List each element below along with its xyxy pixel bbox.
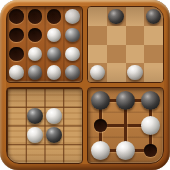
reversi-cell-r2c1[interactable] [7, 107, 26, 126]
four-in-a-row-cell-r3c1[interactable] [7, 45, 26, 64]
reversi-cell-r4c1[interactable] [7, 144, 26, 163]
nine-mens-morris-cell-r2c2[interactable] [113, 113, 138, 138]
checkers-cell-r4c2[interactable] [107, 63, 126, 82]
reversi-cell-r3c2[interactable] [26, 126, 45, 145]
nine-mens-morris-cell-r1c1[interactable] [88, 88, 113, 113]
checkers-cell-r3c3[interactable] [126, 45, 145, 64]
checkers-cell-r3c1[interactable] [88, 45, 107, 64]
empty-hole [9, 9, 24, 24]
reversi-cell-r1c4[interactable] [63, 88, 82, 107]
reversi-cell-r1c3[interactable] [45, 88, 64, 107]
nine-mens-morris-cell-r2c3[interactable] [138, 113, 163, 138]
reversi-cell-r3c4[interactable] [63, 126, 82, 145]
black-ball [91, 91, 110, 110]
white-ball [9, 65, 24, 80]
four-in-a-row-cell-r1c3[interactable] [45, 7, 64, 26]
checkers-cell-r2c1[interactable] [88, 26, 107, 45]
black-ball [46, 127, 63, 144]
black-ball [28, 65, 43, 80]
black-ball [141, 91, 160, 110]
checkers-cell-r1c3[interactable] [126, 7, 145, 26]
white-ball [47, 65, 62, 80]
black-ball [27, 108, 44, 125]
reversi-cell-r1c2[interactable] [26, 88, 45, 107]
white-ball [65, 47, 80, 62]
four-in-a-row-cell-r2c1[interactable] [7, 26, 26, 45]
reversi-cell-r3c1[interactable] [7, 126, 26, 145]
checkers-cell-r4c1[interactable] [88, 63, 107, 82]
empty-hole [9, 28, 24, 43]
reversi-cell-r2c2[interactable] [26, 107, 45, 126]
four-in-a-row-cell-r1c2[interactable] [26, 7, 45, 26]
checkers-cell-r1c2[interactable] [107, 7, 126, 26]
four-in-a-row-cell-r1c1[interactable] [7, 7, 26, 26]
checkers-cell-r3c4[interactable] [144, 45, 163, 64]
checkers-cell-r4c4[interactable] [144, 63, 163, 82]
checkers-cell-r1c4[interactable] [144, 7, 163, 26]
board-four-in-a-row [6, 6, 83, 83]
empty-hole [47, 9, 62, 24]
black-ball [108, 9, 123, 24]
nine-mens-morris-cell-r3c2[interactable] [113, 138, 138, 163]
board-checkers [87, 6, 164, 83]
four-in-a-row-cell-r4c1[interactable] [7, 63, 26, 82]
checkers-cell-r3c2[interactable] [107, 45, 126, 64]
reversi-cell-r4c4[interactable] [63, 144, 82, 163]
four-in-a-row-cell-r4c4[interactable] [63, 63, 82, 82]
four-in-a-row-cell-r3c3[interactable] [45, 45, 64, 64]
checkers-cell-r1c1[interactable] [88, 7, 107, 26]
nine-mens-morris-cell-r2c1[interactable] [88, 113, 113, 138]
four-in-a-row-cell-r2c2[interactable] [26, 26, 45, 45]
four-in-a-row-cell-r2c3[interactable] [45, 26, 64, 45]
checkers-cell-r2c2[interactable] [107, 26, 126, 45]
reversi-cell-r2c3[interactable] [45, 107, 64, 126]
white-ball [90, 65, 105, 80]
reversi-cell-r1c1[interactable] [7, 88, 26, 107]
four-in-a-row-cell-r4c3[interactable] [45, 63, 64, 82]
black-ball [47, 47, 62, 62]
empty-hole [94, 119, 107, 132]
nine-mens-morris-cell-r1c2[interactable] [113, 88, 138, 113]
reversi-cell-r4c3[interactable] [45, 144, 64, 163]
reversi-cell-r3c3[interactable] [45, 126, 64, 145]
boards-grid [6, 6, 164, 164]
white-ball [127, 65, 142, 80]
board-games-app-icon[interactable] [0, 0, 170, 170]
black-ball [65, 65, 80, 80]
checkers-cell-r4c3[interactable] [126, 63, 145, 82]
board-nine-mens-morris [87, 87, 164, 164]
nine-mens-morris-cell-r3c3[interactable] [138, 138, 163, 163]
empty-hole [28, 28, 43, 43]
white-ball [28, 47, 43, 62]
white-ball [47, 28, 62, 43]
board-reversi [6, 87, 83, 164]
white-ball [65, 9, 80, 24]
nine-mens-morris-cell-r1c3[interactable] [138, 88, 163, 113]
reversi-cell-r2c4[interactable] [63, 107, 82, 126]
black-ball [146, 9, 161, 24]
checkers-cell-r2c4[interactable] [144, 26, 163, 45]
empty-hole [9, 47, 24, 62]
white-ball [46, 108, 63, 125]
empty-hole [28, 9, 43, 24]
four-in-a-row-cell-r2c4[interactable] [63, 26, 82, 45]
four-in-a-row-cell-r3c2[interactable] [26, 45, 45, 64]
nine-mens-morris-cell-r3c1[interactable] [88, 138, 113, 163]
four-in-a-row-cell-r1c4[interactable] [63, 7, 82, 26]
black-ball [65, 28, 80, 43]
checkers-cell-r2c3[interactable] [126, 26, 145, 45]
four-in-a-row-cell-r3c4[interactable] [63, 45, 82, 64]
black-ball [116, 91, 135, 110]
white-ball [141, 116, 160, 135]
four-in-a-row-cell-r4c2[interactable] [26, 63, 45, 82]
white-ball [27, 127, 44, 144]
white-ball [91, 141, 110, 160]
screenshot [0, 0, 170, 170]
empty-hole [144, 144, 157, 157]
white-ball [116, 141, 135, 160]
reversi-cell-r4c2[interactable] [26, 144, 45, 163]
